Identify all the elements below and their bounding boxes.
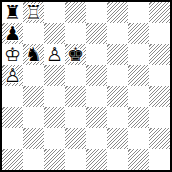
square-h7[interactable] [149,23,170,44]
piece-black-rook[interactable]: ♜ [2,2,23,23]
square-f5[interactable] [107,65,128,86]
square-c2[interactable] [44,128,65,149]
square-f6[interactable] [107,44,128,65]
square-f7[interactable] [107,23,128,44]
piece-black-pawn[interactable]: ♟ [2,23,23,44]
square-g1[interactable] [128,149,149,170]
square-h8[interactable] [149,2,170,23]
square-e2[interactable] [86,128,107,149]
piece-black-king[interactable]: ♚ [65,44,86,65]
square-h1[interactable] [149,149,170,170]
square-e7[interactable] [86,23,107,44]
square-a5[interactable]: ♟♙ [2,65,23,86]
piece-white-pawn[interactable]: ♟♙ [2,65,23,86]
piece-outline: ♔ [2,44,23,65]
square-d2[interactable] [65,128,86,149]
square-a3[interactable] [2,107,23,128]
square-a8[interactable]: ♜ [2,2,23,23]
piece-outline: ♙ [2,65,23,86]
square-h3[interactable] [149,107,170,128]
square-d3[interactable] [65,107,86,128]
square-c6[interactable]: ♟♙ [44,44,65,65]
square-f8[interactable] [107,2,128,23]
piece-black-knight[interactable]: ♞ [23,44,44,65]
square-g3[interactable] [128,107,149,128]
square-h5[interactable] [149,65,170,86]
square-d8[interactable] [65,2,86,23]
square-f1[interactable] [107,149,128,170]
square-g2[interactable] [128,128,149,149]
square-g5[interactable] [128,65,149,86]
piece-white-rook[interactable]: ♜♖ [23,2,44,23]
piece-white-king[interactable]: ♚♔ [2,44,23,65]
square-b7[interactable] [23,23,44,44]
square-c7[interactable] [44,23,65,44]
chess-board: ♜♜♖♟♚♔♞♟♙♚♟♙ [0,0,172,172]
square-h2[interactable] [149,128,170,149]
square-a6[interactable]: ♚♔ [2,44,23,65]
piece-outline: ♖ [23,2,44,23]
square-c1[interactable] [44,149,65,170]
square-b6[interactable]: ♞ [23,44,44,65]
square-a4[interactable] [2,86,23,107]
square-e3[interactable] [86,107,107,128]
square-b5[interactable] [23,65,44,86]
square-d5[interactable] [65,65,86,86]
square-b1[interactable] [23,149,44,170]
square-e6[interactable] [86,44,107,65]
square-b4[interactable] [23,86,44,107]
square-g7[interactable] [128,23,149,44]
square-b2[interactable] [23,128,44,149]
square-d4[interactable] [65,86,86,107]
square-e8[interactable] [86,2,107,23]
square-a2[interactable] [2,128,23,149]
square-e5[interactable] [86,65,107,86]
square-c3[interactable] [44,107,65,128]
square-e1[interactable] [86,149,107,170]
square-c5[interactable] [44,65,65,86]
square-d1[interactable] [65,149,86,170]
square-f3[interactable] [107,107,128,128]
square-g8[interactable] [128,2,149,23]
square-a1[interactable] [2,149,23,170]
square-b8[interactable]: ♜♖ [23,2,44,23]
square-h4[interactable] [149,86,170,107]
square-d6[interactable]: ♚ [65,44,86,65]
square-f2[interactable] [107,128,128,149]
piece-white-pawn[interactable]: ♟♙ [44,44,65,65]
square-c8[interactable] [44,2,65,23]
square-b3[interactable] [23,107,44,128]
square-d7[interactable] [65,23,86,44]
square-h6[interactable] [149,44,170,65]
piece-outline: ♙ [44,44,65,65]
square-a7[interactable]: ♟ [2,23,23,44]
square-e4[interactable] [86,86,107,107]
square-g4[interactable] [128,86,149,107]
square-f4[interactable] [107,86,128,107]
square-g6[interactable] [128,44,149,65]
square-c4[interactable] [44,86,65,107]
